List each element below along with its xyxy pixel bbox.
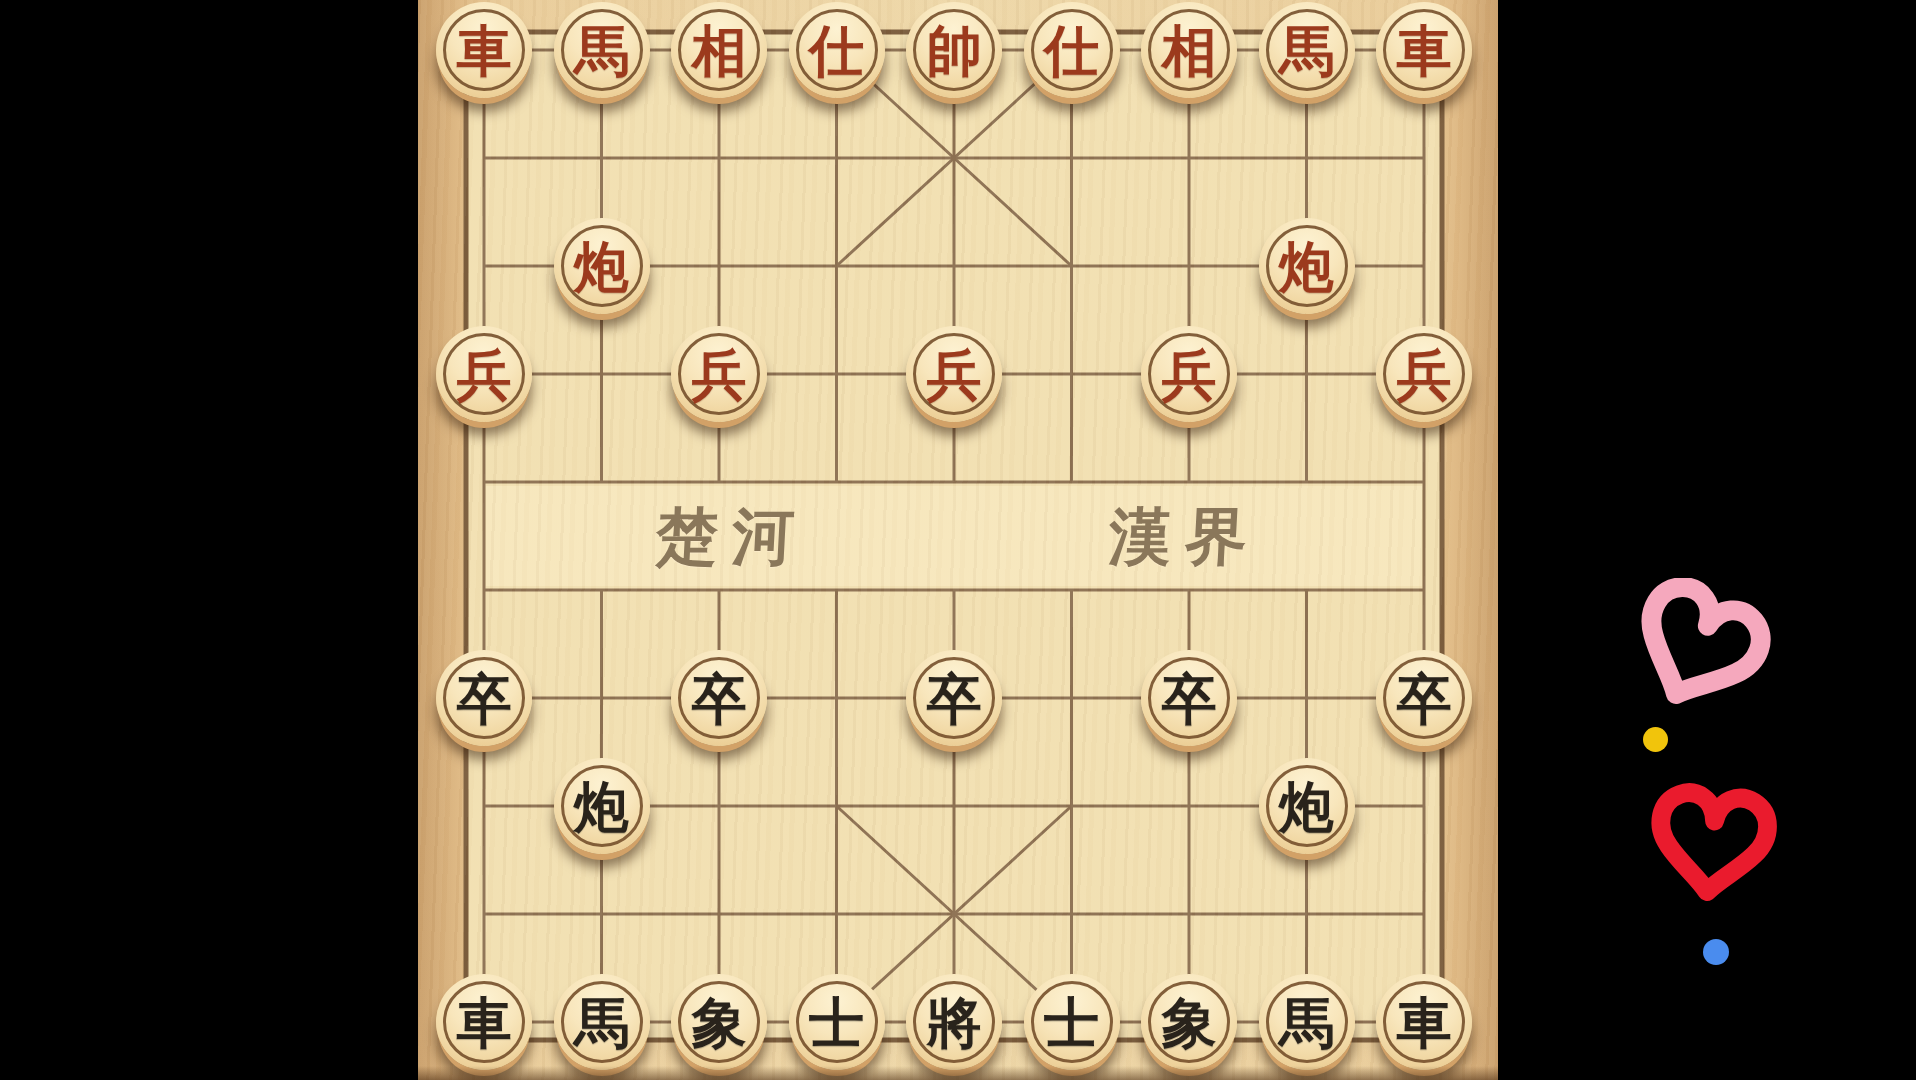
piece-red-soldier[interactable]: 兵 <box>436 326 532 422</box>
piece-red-chariot[interactable]: 車 <box>1376 2 1472 98</box>
river-label-left: 楚河 <box>654 495 810 579</box>
piece-glyph: 象 <box>692 995 747 1050</box>
piece-glyph: 卒 <box>692 671 747 726</box>
piece-black-chariot[interactable]: 車 <box>1376 974 1472 1070</box>
piece-glyph: 仕 <box>1044 23 1099 78</box>
piece-glyph: 卒 <box>457 671 512 726</box>
piece-black-soldier[interactable]: 卒 <box>1376 650 1472 746</box>
red-heart-icon <box>1642 778 1782 912</box>
piece-red-cannon[interactable]: 炮 <box>554 218 650 314</box>
piece-glyph: 炮 <box>574 239 629 294</box>
piece-glyph: 車 <box>457 995 512 1050</box>
piece-glyph: 兵 <box>1162 347 1217 402</box>
piece-glyph: 兵 <box>692 347 747 402</box>
piece-glyph: 仕 <box>809 23 864 78</box>
blue-dot-icon <box>1703 939 1729 965</box>
river-band <box>486 486 1422 586</box>
piece-glyph: 兵 <box>457 347 512 402</box>
piece-glyph: 兵 <box>927 347 982 402</box>
piece-black-cannon[interactable]: 炮 <box>1259 758 1355 854</box>
piece-glyph: 卒 <box>1162 671 1217 726</box>
piece-glyph: 士 <box>809 995 864 1050</box>
piece-glyph: 相 <box>1162 23 1217 78</box>
piece-red-cannon[interactable]: 炮 <box>1259 218 1355 314</box>
piece-black-general[interactable]: 將 <box>906 974 1002 1070</box>
piece-black-soldier[interactable]: 卒 <box>436 650 532 746</box>
piece-red-elephant[interactable]: 相 <box>671 2 767 98</box>
piece-red-soldier[interactable]: 兵 <box>1141 326 1237 422</box>
piece-black-cannon[interactable]: 炮 <box>554 758 650 854</box>
board-bottom-shadow <box>418 1066 1498 1080</box>
piece-red-advisor[interactable]: 仕 <box>1024 2 1120 98</box>
piece-glyph: 馬 <box>574 995 629 1050</box>
piece-red-general[interactable]: 帥 <box>906 2 1002 98</box>
piece-red-horse[interactable]: 馬 <box>554 2 650 98</box>
piece-glyph: 卒 <box>927 671 982 726</box>
board-grid <box>418 0 1498 1080</box>
piece-red-soldier[interactable]: 兵 <box>1376 326 1472 422</box>
piece-glyph: 象 <box>1162 995 1217 1050</box>
river-label-right: 漢界 <box>1107 495 1263 579</box>
piece-glyph: 將 <box>927 995 982 1050</box>
yellow-dot-icon <box>1643 727 1668 752</box>
piece-glyph: 相 <box>692 23 747 78</box>
xiangqi-board[interactable]: 楚河 漢界 車馬相仕帥仕相馬車炮炮兵兵兵兵兵卒卒卒卒卒炮炮車馬象士將士象馬車 <box>418 0 1498 1080</box>
piece-glyph: 炮 <box>574 779 629 834</box>
piece-glyph: 卒 <box>1397 671 1452 726</box>
piece-black-soldier[interactable]: 卒 <box>671 650 767 746</box>
piece-glyph: 炮 <box>1279 779 1334 834</box>
piece-glyph: 炮 <box>1279 239 1334 294</box>
piece-red-chariot[interactable]: 車 <box>436 2 532 98</box>
piece-black-horse[interactable]: 馬 <box>1259 974 1355 1070</box>
piece-glyph: 車 <box>1397 995 1452 1050</box>
piece-black-soldier[interactable]: 卒 <box>1141 650 1237 746</box>
piece-black-advisor[interactable]: 士 <box>789 974 885 1070</box>
piece-black-chariot[interactable]: 車 <box>436 974 532 1070</box>
piece-glyph: 帥 <box>927 23 982 78</box>
piece-red-soldier[interactable]: 兵 <box>671 326 767 422</box>
xiangqi-screen: 楚河 漢界 車馬相仕帥仕相馬車炮炮兵兵兵兵兵卒卒卒卒卒炮炮車馬象士將士象馬車 <box>0 0 1916 1080</box>
piece-black-soldier[interactable]: 卒 <box>906 650 1002 746</box>
piece-glyph: 車 <box>457 23 512 78</box>
piece-red-soldier[interactable]: 兵 <box>906 326 1002 422</box>
pink-heart-icon <box>1622 578 1772 720</box>
piece-glyph: 馬 <box>1279 23 1334 78</box>
piece-red-advisor[interactable]: 仕 <box>789 2 885 98</box>
piece-red-horse[interactable]: 馬 <box>1259 2 1355 98</box>
piece-glyph: 兵 <box>1397 347 1452 402</box>
piece-glyph: 馬 <box>1279 995 1334 1050</box>
piece-black-horse[interactable]: 馬 <box>554 974 650 1070</box>
piece-glyph: 士 <box>1044 995 1099 1050</box>
piece-glyph: 車 <box>1397 23 1452 78</box>
piece-black-advisor[interactable]: 士 <box>1024 974 1120 1070</box>
piece-glyph: 馬 <box>574 23 629 78</box>
piece-red-elephant[interactable]: 相 <box>1141 2 1237 98</box>
piece-black-elephant[interactable]: 象 <box>671 974 767 1070</box>
piece-black-elephant[interactable]: 象 <box>1141 974 1237 1070</box>
